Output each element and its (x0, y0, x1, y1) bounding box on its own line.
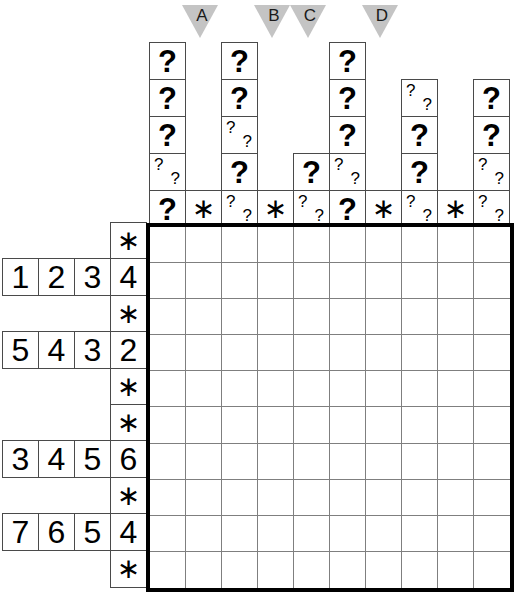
grid-cell[interactable] (330, 299, 366, 335)
unknown-clue-mark: ? (338, 120, 357, 151)
clue-number: 6 (48, 516, 66, 548)
grid-cell[interactable] (366, 407, 402, 443)
grid-cell[interactable] (186, 299, 222, 335)
unknown-clue-mark: ? (158, 83, 177, 114)
grid-cell[interactable] (186, 407, 222, 443)
grid-cell[interactable] (150, 299, 186, 335)
grid-cell[interactable] (402, 444, 438, 480)
grid-cell[interactable] (222, 263, 258, 299)
grid-cell[interactable] (474, 299, 510, 335)
grid-cell[interactable] (150, 335, 186, 371)
grid-cell[interactable] (294, 263, 330, 299)
grid-cell[interactable] (438, 407, 474, 443)
marker-C: C (289, 4, 327, 39)
row-clue-cell-r2: 1 (2, 258, 39, 296)
unknown-clue-mark: ? (158, 46, 177, 77)
marker-label: A (196, 7, 207, 24)
unknown-clue-mark: ? (230, 83, 249, 114)
grid-cell[interactable] (222, 371, 258, 407)
grid-cell[interactable] (186, 335, 222, 371)
col-clue-cell-c10: ?? (473, 153, 510, 191)
grid-cell[interactable] (222, 407, 258, 443)
col-clue-cell-c5: ? (293, 153, 330, 191)
grid-cell[interactable] (330, 444, 366, 480)
row-clue-cell-r6: ∗ (110, 404, 147, 442)
grid-cell[interactable] (150, 227, 186, 263)
unknown-clue-mark: ? (226, 119, 235, 136)
grid-cell[interactable] (366, 227, 402, 263)
grid-cell[interactable] (474, 516, 510, 552)
grid-cell[interactable] (294, 444, 330, 480)
grid-cell[interactable] (294, 407, 330, 443)
grid-cell[interactable] (438, 335, 474, 371)
grid-cell[interactable] (222, 227, 258, 263)
grid-cell[interactable] (150, 371, 186, 407)
grid-cell[interactable] (438, 263, 474, 299)
unknown-clue-mark: ? (230, 157, 249, 188)
grid-cell[interactable] (330, 263, 366, 299)
unknown-clue-mark: ? (334, 156, 343, 173)
row-clue-cell-r5: ∗ (110, 368, 147, 406)
grid-cell[interactable] (222, 299, 258, 335)
wildcard-asterisk: ∗ (117, 409, 140, 437)
grid-cell[interactable] (294, 516, 330, 552)
clue-number: 4 (48, 334, 66, 366)
clue-number: 5 (12, 334, 30, 366)
unknown-clue-mark: ? (482, 83, 501, 114)
row-clue-cell-r9: 5 (74, 513, 111, 551)
wildcard-asterisk: ∗ (117, 555, 140, 583)
grid-cell[interactable] (186, 516, 222, 552)
grid-cell[interactable] (258, 227, 294, 263)
unknown-clue-mark: ? (338, 194, 357, 225)
marker-label: C (304, 7, 316, 24)
unknown-clue-mark: ? (158, 194, 177, 225)
clue-number: 1 (12, 261, 30, 293)
unknown-clue-mark: ? (315, 207, 324, 224)
unknown-clue-mark: ? (298, 193, 307, 210)
grid-cell[interactable] (366, 299, 402, 335)
grid-cell[interactable] (438, 516, 474, 552)
unknown-clue-mark: ? (158, 120, 177, 151)
row-clue-cell-r4: 5 (2, 331, 39, 369)
row-clue-cell-r2: 4 (110, 258, 147, 296)
clue-number: 6 (120, 443, 138, 475)
grid-cell[interactable] (366, 552, 402, 588)
grid-cell[interactable] (402, 552, 438, 588)
grid-cell[interactable] (402, 299, 438, 335)
col-clue-cell-c1: ?? (149, 153, 186, 191)
grid-cell[interactable] (258, 480, 294, 516)
grid-cell[interactable] (438, 552, 474, 588)
grid-cell[interactable] (258, 407, 294, 443)
clue-number: 4 (48, 443, 66, 475)
wildcard-asterisk: ∗ (117, 227, 140, 255)
grid-cell[interactable] (438, 227, 474, 263)
grid-cell[interactable] (150, 407, 186, 443)
grid-cell[interactable] (222, 480, 258, 516)
nonogram-puzzle: ABCD ??????∗???????∗?????????∗??????∗???… (0, 0, 514, 592)
grid-cell[interactable] (222, 444, 258, 480)
grid-cell[interactable] (258, 335, 294, 371)
col-clue-cell-c1: ? (149, 116, 186, 154)
wildcard-asterisk: ∗ (372, 195, 395, 223)
grid-cell[interactable] (474, 227, 510, 263)
unknown-clue-mark: ? (230, 46, 249, 77)
unknown-clue-mark: ? (478, 193, 487, 210)
row-clue-cell-r1: ∗ (110, 222, 147, 260)
grid-cell[interactable] (258, 299, 294, 335)
clue-number: 4 (120, 261, 138, 293)
clue-number: 3 (12, 443, 30, 475)
wildcard-asterisk: ∗ (117, 300, 140, 328)
grid-cell[interactable] (222, 516, 258, 552)
unknown-clue-mark: ? (351, 170, 360, 187)
grid-cell[interactable] (366, 444, 402, 480)
grid-cell[interactable] (186, 444, 222, 480)
wildcard-asterisk: ∗ (117, 373, 140, 401)
grid-cell[interactable] (258, 516, 294, 552)
clue-number: 3 (84, 261, 102, 293)
row-clue-cell-r4: 4 (38, 331, 75, 369)
wildcard-asterisk: ∗ (264, 195, 287, 223)
row-clue-cell-r9: 6 (38, 513, 75, 551)
grid-cell[interactable] (474, 371, 510, 407)
grid-cell[interactable] (222, 335, 258, 371)
clue-number: 5 (84, 516, 102, 548)
row-clue-cell-r10: ∗ (110, 550, 147, 588)
wildcard-asterisk: ∗ (444, 195, 467, 223)
marker-label: D (376, 7, 388, 24)
row-clue-cell-r7: 6 (110, 440, 147, 478)
grid-cell[interactable] (402, 480, 438, 516)
row-clue-cell-r9: 4 (110, 513, 147, 551)
unknown-clue-mark: ? (171, 170, 180, 187)
col-clue-cell-c10: ? (473, 116, 510, 154)
marker-label: B (268, 7, 279, 24)
col-clue-cell-c6: ? (329, 79, 366, 117)
grid-cell[interactable] (474, 552, 510, 588)
row-clue-cell-r7: 3 (2, 440, 39, 478)
clue-number: 4 (120, 516, 138, 548)
marker-A: A (181, 4, 219, 39)
grid-cell[interactable] (402, 407, 438, 443)
grid-cell[interactable] (186, 480, 222, 516)
grid-cell[interactable] (258, 444, 294, 480)
grid-cell[interactable] (294, 227, 330, 263)
grid-cell[interactable] (366, 516, 402, 552)
grid-cell[interactable] (258, 263, 294, 299)
grid-cell[interactable] (186, 552, 222, 588)
grid-cell[interactable] (330, 407, 366, 443)
grid-cell[interactable] (402, 227, 438, 263)
unknown-clue-mark: ? (154, 156, 163, 173)
unknown-clue-mark: ? (243, 133, 252, 150)
grid-cell[interactable] (402, 516, 438, 552)
clue-number: 3 (84, 334, 102, 366)
col-clue-cell-c3: ?? (221, 116, 258, 154)
grid-cell[interactable] (402, 263, 438, 299)
unknown-clue-mark: ? (495, 170, 504, 187)
unknown-clue-mark: ? (423, 96, 432, 113)
col-clue-cell-c3: ? (221, 42, 258, 80)
row-clue-cell-r3: ∗ (110, 295, 147, 333)
clue-number: 7 (12, 516, 30, 548)
grid-cell[interactable] (330, 335, 366, 371)
grid-cell[interactable] (474, 335, 510, 371)
grid-cell[interactable] (330, 480, 366, 516)
unknown-clue-mark: ? (406, 82, 415, 99)
grid-cell[interactable] (330, 227, 366, 263)
grid-cell[interactable] (330, 516, 366, 552)
marker-B: B (253, 4, 291, 39)
wildcard-asterisk: ∗ (117, 482, 140, 510)
grid-cell[interactable] (402, 335, 438, 371)
grid-cell[interactable] (330, 371, 366, 407)
unknown-clue-mark: ? (478, 156, 487, 173)
clue-number: 5 (84, 443, 102, 475)
grid-cell[interactable] (150, 480, 186, 516)
grid-cell[interactable] (366, 480, 402, 516)
unknown-clue-mark: ? (482, 120, 501, 151)
unknown-clue-mark: ? (338, 46, 357, 77)
grid-cell[interactable] (258, 371, 294, 407)
col-clue-cell-c8: ? (401, 153, 438, 191)
grid-cell[interactable] (186, 371, 222, 407)
grid-cell[interactable] (366, 335, 402, 371)
grid-cell[interactable] (402, 371, 438, 407)
unknown-clue-mark: ? (495, 207, 504, 224)
col-clue-cell-c8: ? (401, 116, 438, 154)
grid-cell[interactable] (438, 444, 474, 480)
unknown-clue-mark: ? (338, 83, 357, 114)
row-clue-cell-r2: 2 (38, 258, 75, 296)
grid-cell[interactable] (150, 444, 186, 480)
row-clue-cell-r4: 2 (110, 331, 147, 369)
grid-cell[interactable] (294, 299, 330, 335)
unknown-clue-mark: ? (243, 207, 252, 224)
puzzle-grid (146, 223, 514, 592)
grid-cell[interactable] (474, 480, 510, 516)
grid-cell[interactable] (186, 227, 222, 263)
grid-cell[interactable] (366, 371, 402, 407)
row-clue-cell-r9: 7 (2, 513, 39, 551)
grid-cell[interactable] (186, 263, 222, 299)
clue-number: 2 (48, 261, 66, 293)
wildcard-asterisk: ∗ (192, 195, 215, 223)
clue-number: 2 (120, 334, 138, 366)
row-clue-cell-r8: ∗ (110, 477, 147, 515)
col-clue-cell-c3: ? (221, 153, 258, 191)
col-clue-cell-c3: ? (221, 79, 258, 117)
col-clue-cell-c6: ? (329, 116, 366, 154)
grid-cell[interactable] (438, 480, 474, 516)
col-clue-cell-c6: ? (329, 42, 366, 80)
grid-cell[interactable] (294, 480, 330, 516)
col-clue-cell-c6: ?? (329, 153, 366, 191)
col-clue-cell-c10: ? (473, 79, 510, 117)
grid-cell[interactable] (474, 444, 510, 480)
grid-cell[interactable] (438, 299, 474, 335)
grid-cell[interactable] (150, 552, 186, 588)
grid-cell[interactable] (474, 407, 510, 443)
grid-cell[interactable] (222, 552, 258, 588)
grid-cell[interactable] (438, 371, 474, 407)
grid-cell[interactable] (150, 263, 186, 299)
unknown-clue-mark: ? (423, 207, 432, 224)
unknown-clue-mark: ? (226, 193, 235, 210)
grid-cell[interactable] (294, 371, 330, 407)
grid-cell[interactable] (474, 263, 510, 299)
grid-cell[interactable] (150, 516, 186, 552)
grid-cell[interactable] (330, 552, 366, 588)
grid-cell[interactable] (366, 263, 402, 299)
col-clue-cell-c1: ? (149, 79, 186, 117)
col-clue-cell-c1: ? (149, 42, 186, 80)
grid-cell[interactable] (258, 552, 294, 588)
grid-cell[interactable] (294, 552, 330, 588)
unknown-clue-mark: ? (302, 157, 321, 188)
unknown-clue-mark: ? (406, 193, 415, 210)
row-clue-cell-r4: 3 (74, 331, 111, 369)
grid-cell[interactable] (294, 335, 330, 371)
row-clue-cell-r7: 4 (38, 440, 75, 478)
marker-D: D (361, 4, 399, 39)
unknown-clue-mark: ? (410, 120, 429, 151)
row-clue-cell-r2: 3 (74, 258, 111, 296)
row-clue-cell-r7: 5 (74, 440, 111, 478)
col-clue-cell-c8: ?? (401, 79, 438, 117)
unknown-clue-mark: ? (410, 157, 429, 188)
